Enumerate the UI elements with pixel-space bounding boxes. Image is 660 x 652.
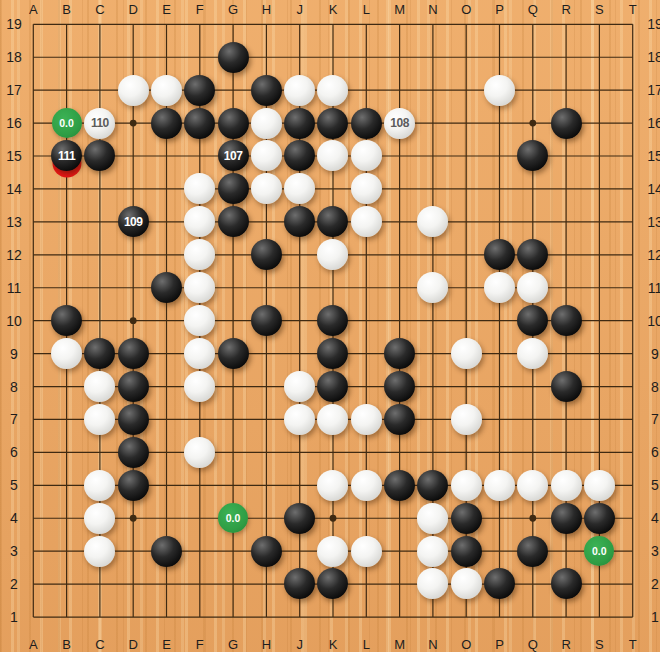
intersection-J5[interactable] xyxy=(283,469,316,502)
intersection-L7[interactable] xyxy=(350,403,383,436)
intersection-L13[interactable] xyxy=(350,205,383,238)
intersection-H6[interactable] xyxy=(250,436,283,469)
intersection-A19[interactable] xyxy=(17,8,50,41)
intersection-H15[interactable] xyxy=(250,140,283,173)
intersection-G18[interactable] xyxy=(216,41,249,74)
intersection-B9[interactable] xyxy=(50,337,83,370)
intersection-P15[interactable] xyxy=(483,140,516,173)
intersection-O14[interactable] xyxy=(450,172,483,205)
intersection-H18[interactable] xyxy=(250,41,283,74)
intersection-G2[interactable] xyxy=(216,568,249,601)
intersection-H7[interactable] xyxy=(250,403,283,436)
intersection-R13[interactable] xyxy=(549,205,582,238)
intersection-Q5[interactable] xyxy=(516,469,549,502)
intersection-S18[interactable] xyxy=(583,41,616,74)
intersection-M9[interactable] xyxy=(383,337,416,370)
intersection-P17[interactable] xyxy=(483,74,516,107)
intersection-F6[interactable] xyxy=(183,436,216,469)
intersection-G3[interactable] xyxy=(216,535,249,568)
intersection-Q13[interactable] xyxy=(516,205,549,238)
intersection-F7[interactable] xyxy=(183,403,216,436)
intersection-Q4[interactable] xyxy=(516,502,549,535)
intersection-E7[interactable] xyxy=(150,403,183,436)
intersection-D7[interactable] xyxy=(117,403,150,436)
intersection-M7[interactable] xyxy=(383,403,416,436)
intersection-B12[interactable] xyxy=(50,238,83,271)
intersection-L19[interactable] xyxy=(350,8,383,41)
intersection-K1[interactable] xyxy=(316,600,349,633)
intersection-S16[interactable] xyxy=(583,107,616,140)
intersection-C13[interactable] xyxy=(83,205,116,238)
intersection-M1[interactable] xyxy=(383,600,416,633)
intersection-F17[interactable] xyxy=(183,74,216,107)
intersection-B3[interactable] xyxy=(50,535,83,568)
intersection-E9[interactable] xyxy=(150,337,183,370)
intersection-B1[interactable] xyxy=(50,600,83,633)
intersection-O2[interactable] xyxy=(450,568,483,601)
intersection-S6[interactable] xyxy=(583,436,616,469)
intersection-R15[interactable] xyxy=(549,140,582,173)
intersection-G15[interactable]: 107 xyxy=(216,140,249,173)
intersection-G1[interactable] xyxy=(216,600,249,633)
intersection-N8[interactable] xyxy=(416,370,449,403)
intersection-C19[interactable] xyxy=(83,8,116,41)
intersection-N16[interactable] xyxy=(416,107,449,140)
intersection-T3[interactable] xyxy=(616,535,649,568)
intersection-M8[interactable] xyxy=(383,370,416,403)
intersection-T8[interactable] xyxy=(616,370,649,403)
intersection-T18[interactable] xyxy=(616,41,649,74)
intersection-K5[interactable] xyxy=(316,469,349,502)
intersection-P3[interactable] xyxy=(483,535,516,568)
intersection-L16[interactable] xyxy=(350,107,383,140)
intersection-N13[interactable] xyxy=(416,205,449,238)
intersection-C4[interactable] xyxy=(83,502,116,535)
intersection-T6[interactable] xyxy=(616,436,649,469)
intersection-M18[interactable] xyxy=(383,41,416,74)
intersection-B6[interactable] xyxy=(50,436,83,469)
intersection-P8[interactable] xyxy=(483,370,516,403)
intersection-M2[interactable] xyxy=(383,568,416,601)
intersection-G16[interactable] xyxy=(216,107,249,140)
intersection-C18[interactable] xyxy=(83,41,116,74)
intersection-A8[interactable] xyxy=(17,370,50,403)
intersection-N1[interactable] xyxy=(416,600,449,633)
intersection-T5[interactable] xyxy=(616,469,649,502)
intersection-P7[interactable] xyxy=(483,403,516,436)
intersection-G17[interactable] xyxy=(216,74,249,107)
intersection-P6[interactable] xyxy=(483,436,516,469)
intersection-O17[interactable] xyxy=(450,74,483,107)
intersection-M12[interactable] xyxy=(383,238,416,271)
intersection-H2[interactable] xyxy=(250,568,283,601)
intersection-G10[interactable] xyxy=(216,304,249,337)
intersection-L2[interactable] xyxy=(350,568,383,601)
intersection-R6[interactable] xyxy=(549,436,582,469)
intersection-L15[interactable] xyxy=(350,140,383,173)
intersection-S19[interactable] xyxy=(583,8,616,41)
intersection-C16[interactable]: 110 xyxy=(83,107,116,140)
intersection-N3[interactable] xyxy=(416,535,449,568)
intersection-T7[interactable] xyxy=(616,403,649,436)
intersection-R5[interactable] xyxy=(549,469,582,502)
intersection-F8[interactable] xyxy=(183,370,216,403)
intersection-R8[interactable] xyxy=(549,370,582,403)
intersection-D12[interactable] xyxy=(117,238,150,271)
intersection-E13[interactable] xyxy=(150,205,183,238)
intersection-C2[interactable] xyxy=(83,568,116,601)
intersection-C1[interactable] xyxy=(83,600,116,633)
intersection-Q1[interactable] xyxy=(516,600,549,633)
intersection-K11[interactable] xyxy=(316,271,349,304)
intersection-J9[interactable] xyxy=(283,337,316,370)
intersection-J13[interactable] xyxy=(283,205,316,238)
intersection-F3[interactable] xyxy=(183,535,216,568)
intersection-F19[interactable] xyxy=(183,8,216,41)
intersection-S13[interactable] xyxy=(583,205,616,238)
intersection-F12[interactable] xyxy=(183,238,216,271)
intersection-N4[interactable] xyxy=(416,502,449,535)
intersection-P10[interactable] xyxy=(483,304,516,337)
intersection-B4[interactable] xyxy=(50,502,83,535)
intersection-H17[interactable] xyxy=(250,74,283,107)
intersection-K12[interactable] xyxy=(316,238,349,271)
intersection-P19[interactable] xyxy=(483,8,516,41)
intersection-H1[interactable] xyxy=(250,600,283,633)
intersection-C10[interactable] xyxy=(83,304,116,337)
intersection-T1[interactable] xyxy=(616,600,649,633)
intersection-P5[interactable] xyxy=(483,469,516,502)
intersection-Q7[interactable] xyxy=(516,403,549,436)
intersection-S9[interactable] xyxy=(583,337,616,370)
intersection-T14[interactable] xyxy=(616,172,649,205)
intersection-T13[interactable] xyxy=(616,205,649,238)
intersection-T12[interactable] xyxy=(616,238,649,271)
intersection-A5[interactable] xyxy=(17,469,50,502)
intersection-K14[interactable] xyxy=(316,172,349,205)
intersection-L12[interactable] xyxy=(350,238,383,271)
intersection-C8[interactable] xyxy=(83,370,116,403)
intersection-C6[interactable] xyxy=(83,436,116,469)
intersection-A18[interactable] xyxy=(17,41,50,74)
intersection-A10[interactable] xyxy=(17,304,50,337)
intersection-B19[interactable] xyxy=(50,8,83,41)
intersection-E10[interactable] xyxy=(150,304,183,337)
intersection-H11[interactable] xyxy=(250,271,283,304)
intersection-C7[interactable] xyxy=(83,403,116,436)
intersection-C3[interactable] xyxy=(83,535,116,568)
intersection-D10[interactable] xyxy=(117,304,150,337)
intersection-O13[interactable] xyxy=(450,205,483,238)
intersection-T15[interactable] xyxy=(616,140,649,173)
intersection-P9[interactable] xyxy=(483,337,516,370)
intersection-L5[interactable] xyxy=(350,469,383,502)
intersection-N19[interactable] xyxy=(416,8,449,41)
intersection-L4[interactable] xyxy=(350,502,383,535)
intersection-K7[interactable] xyxy=(316,403,349,436)
intersection-A12[interactable] xyxy=(17,238,50,271)
intersection-E5[interactable] xyxy=(150,469,183,502)
intersection-M13[interactable] xyxy=(383,205,416,238)
intersection-L8[interactable] xyxy=(350,370,383,403)
intersection-R10[interactable] xyxy=(549,304,582,337)
intersection-D18[interactable] xyxy=(117,41,150,74)
intersection-T19[interactable] xyxy=(616,8,649,41)
intersection-O12[interactable] xyxy=(450,238,483,271)
intersection-N18[interactable] xyxy=(416,41,449,74)
intersection-N11[interactable] xyxy=(416,271,449,304)
intersection-O11[interactable] xyxy=(450,271,483,304)
intersection-L3[interactable] xyxy=(350,535,383,568)
intersection-Q6[interactable] xyxy=(516,436,549,469)
intersection-R1[interactable] xyxy=(549,600,582,633)
intersection-O15[interactable] xyxy=(450,140,483,173)
intersection-H3[interactable] xyxy=(250,535,283,568)
intersection-O3[interactable] xyxy=(450,535,483,568)
intersection-R18[interactable] xyxy=(549,41,582,74)
intersection-G7[interactable] xyxy=(216,403,249,436)
intersection-D6[interactable] xyxy=(117,436,150,469)
intersection-B10[interactable] xyxy=(50,304,83,337)
intersection-K13[interactable] xyxy=(316,205,349,238)
intersection-J11[interactable] xyxy=(283,271,316,304)
intersection-A16[interactable] xyxy=(17,107,50,140)
intersection-E1[interactable] xyxy=(150,600,183,633)
intersection-H8[interactable] xyxy=(250,370,283,403)
intersection-H19[interactable] xyxy=(250,8,283,41)
intersection-Q10[interactable] xyxy=(516,304,549,337)
intersection-B8[interactable] xyxy=(50,370,83,403)
intersection-Q3[interactable] xyxy=(516,535,549,568)
intersection-C14[interactable] xyxy=(83,172,116,205)
intersection-J4[interactable] xyxy=(283,502,316,535)
intersection-S12[interactable] xyxy=(583,238,616,271)
intersection-C11[interactable] xyxy=(83,271,116,304)
intersection-O18[interactable] xyxy=(450,41,483,74)
intersection-F9[interactable] xyxy=(183,337,216,370)
intersection-B13[interactable] xyxy=(50,205,83,238)
intersection-H16[interactable] xyxy=(250,107,283,140)
intersection-M14[interactable] xyxy=(383,172,416,205)
intersection-Q9[interactable] xyxy=(516,337,549,370)
intersection-A4[interactable] xyxy=(17,502,50,535)
intersection-A15[interactable] xyxy=(17,140,50,173)
intersection-M17[interactable] xyxy=(383,74,416,107)
intersection-K9[interactable] xyxy=(316,337,349,370)
intersection-E14[interactable] xyxy=(150,172,183,205)
intersection-K2[interactable] xyxy=(316,568,349,601)
intersection-A14[interactable] xyxy=(17,172,50,205)
intersection-L9[interactable] xyxy=(350,337,383,370)
intersection-C9[interactable] xyxy=(83,337,116,370)
intersection-M5[interactable] xyxy=(383,469,416,502)
intersection-Q8[interactable] xyxy=(516,370,549,403)
intersection-G6[interactable] xyxy=(216,436,249,469)
intersection-R3[interactable] xyxy=(549,535,582,568)
intersection-J2[interactable] xyxy=(283,568,316,601)
intersection-R19[interactable] xyxy=(549,8,582,41)
intersection-J14[interactable] xyxy=(283,172,316,205)
intersection-K16[interactable] xyxy=(316,107,349,140)
intersection-G4[interactable]: 0.0 xyxy=(216,502,249,535)
intersection-J8[interactable] xyxy=(283,370,316,403)
intersection-O6[interactable] xyxy=(450,436,483,469)
intersection-K6[interactable] xyxy=(316,436,349,469)
intersection-C12[interactable] xyxy=(83,238,116,271)
intersection-O7[interactable] xyxy=(450,403,483,436)
intersection-D16[interactable] xyxy=(117,107,150,140)
intersection-D19[interactable] xyxy=(117,8,150,41)
intersection-Q11[interactable] xyxy=(516,271,549,304)
intersection-B2[interactable] xyxy=(50,568,83,601)
intersection-M16[interactable]: 108 xyxy=(383,107,416,140)
intersection-R7[interactable] xyxy=(549,403,582,436)
intersection-N5[interactable] xyxy=(416,469,449,502)
intersection-A1[interactable] xyxy=(17,600,50,633)
intersection-M11[interactable] xyxy=(383,271,416,304)
intersection-S5[interactable] xyxy=(583,469,616,502)
intersection-D5[interactable] xyxy=(117,469,150,502)
intersection-R2[interactable] xyxy=(549,568,582,601)
intersection-A6[interactable] xyxy=(17,436,50,469)
intersection-J16[interactable] xyxy=(283,107,316,140)
intersection-F11[interactable] xyxy=(183,271,216,304)
intersection-S10[interactable] xyxy=(583,304,616,337)
intersection-T4[interactable] xyxy=(616,502,649,535)
intersection-O4[interactable] xyxy=(450,502,483,535)
intersection-S8[interactable] xyxy=(583,370,616,403)
intersection-A13[interactable] xyxy=(17,205,50,238)
intersection-J18[interactable] xyxy=(283,41,316,74)
intersection-D3[interactable] xyxy=(117,535,150,568)
intersection-S1[interactable] xyxy=(583,600,616,633)
intersection-D13[interactable]: 109 xyxy=(117,205,150,238)
intersection-B17[interactable] xyxy=(50,74,83,107)
intersection-B18[interactable] xyxy=(50,41,83,74)
intersection-S3[interactable]: 0.0 xyxy=(583,535,616,568)
intersection-R17[interactable] xyxy=(549,74,582,107)
intersection-E2[interactable] xyxy=(150,568,183,601)
intersection-R16[interactable] xyxy=(549,107,582,140)
intersection-E12[interactable] xyxy=(150,238,183,271)
intersection-B11[interactable] xyxy=(50,271,83,304)
intersection-R11[interactable] xyxy=(549,271,582,304)
intersection-P13[interactable] xyxy=(483,205,516,238)
intersection-H13[interactable] xyxy=(250,205,283,238)
intersection-T11[interactable] xyxy=(616,271,649,304)
intersection-G11[interactable] xyxy=(216,271,249,304)
intersection-J3[interactable] xyxy=(283,535,316,568)
intersection-B15[interactable]: 111 xyxy=(50,140,83,173)
intersection-B5[interactable] xyxy=(50,469,83,502)
intersection-F16[interactable] xyxy=(183,107,216,140)
intersection-F10[interactable] xyxy=(183,304,216,337)
intersection-A11[interactable] xyxy=(17,271,50,304)
intersection-E15[interactable] xyxy=(150,140,183,173)
intersection-Q2[interactable] xyxy=(516,568,549,601)
intersection-R12[interactable] xyxy=(549,238,582,271)
intersection-N6[interactable] xyxy=(416,436,449,469)
intersection-E11[interactable] xyxy=(150,271,183,304)
intersection-N15[interactable] xyxy=(416,140,449,173)
intersection-E3[interactable] xyxy=(150,535,183,568)
intersection-D9[interactable] xyxy=(117,337,150,370)
intersection-N12[interactable] xyxy=(416,238,449,271)
intersection-H5[interactable] xyxy=(250,469,283,502)
intersection-M10[interactable] xyxy=(383,304,416,337)
intersection-K3[interactable] xyxy=(316,535,349,568)
intersection-J7[interactable] xyxy=(283,403,316,436)
intersection-A2[interactable] xyxy=(17,568,50,601)
intersection-O9[interactable] xyxy=(450,337,483,370)
intersection-N17[interactable] xyxy=(416,74,449,107)
intersection-S2[interactable] xyxy=(583,568,616,601)
intersection-Q18[interactable] xyxy=(516,41,549,74)
intersection-K18[interactable] xyxy=(316,41,349,74)
intersection-G13[interactable] xyxy=(216,205,249,238)
intersection-B7[interactable] xyxy=(50,403,83,436)
intersection-G9[interactable] xyxy=(216,337,249,370)
intersection-F1[interactable] xyxy=(183,600,216,633)
intersection-Q19[interactable] xyxy=(516,8,549,41)
intersection-K10[interactable] xyxy=(316,304,349,337)
intersection-J15[interactable] xyxy=(283,140,316,173)
intersection-P11[interactable] xyxy=(483,271,516,304)
intersection-S14[interactable] xyxy=(583,172,616,205)
intersection-T9[interactable] xyxy=(616,337,649,370)
intersection-P18[interactable] xyxy=(483,41,516,74)
intersection-H9[interactable] xyxy=(250,337,283,370)
intersection-L18[interactable] xyxy=(350,41,383,74)
intersection-T2[interactable] xyxy=(616,568,649,601)
intersection-F15[interactable] xyxy=(183,140,216,173)
intersection-B16[interactable]: 0.0 xyxy=(50,107,83,140)
intersection-C15[interactable] xyxy=(83,140,116,173)
intersection-J12[interactable] xyxy=(283,238,316,271)
intersection-L14[interactable] xyxy=(350,172,383,205)
intersection-J17[interactable] xyxy=(283,74,316,107)
intersection-S17[interactable] xyxy=(583,74,616,107)
intersection-A7[interactable] xyxy=(17,403,50,436)
intersection-N7[interactable] xyxy=(416,403,449,436)
intersection-F4[interactable] xyxy=(183,502,216,535)
intersection-P4[interactable] xyxy=(483,502,516,535)
intersection-R14[interactable] xyxy=(549,172,582,205)
intersection-D15[interactable] xyxy=(117,140,150,173)
intersection-L1[interactable] xyxy=(350,600,383,633)
intersection-Q17[interactable] xyxy=(516,74,549,107)
intersection-D4[interactable] xyxy=(117,502,150,535)
intersection-Q12[interactable] xyxy=(516,238,549,271)
intersection-C17[interactable] xyxy=(83,74,116,107)
intersection-K15[interactable] xyxy=(316,140,349,173)
intersection-O16[interactable] xyxy=(450,107,483,140)
intersection-F2[interactable] xyxy=(183,568,216,601)
intersection-J10[interactable] xyxy=(283,304,316,337)
intersection-K4[interactable] xyxy=(316,502,349,535)
intersection-L6[interactable] xyxy=(350,436,383,469)
intersection-O10[interactable] xyxy=(450,304,483,337)
intersection-P2[interactable] xyxy=(483,568,516,601)
intersection-E18[interactable] xyxy=(150,41,183,74)
intersection-E19[interactable] xyxy=(150,8,183,41)
intersection-E17[interactable] xyxy=(150,74,183,107)
intersection-O19[interactable] xyxy=(450,8,483,41)
intersection-C5[interactable] xyxy=(83,469,116,502)
intersection-G14[interactable] xyxy=(216,172,249,205)
intersection-P16[interactable] xyxy=(483,107,516,140)
intersection-F5[interactable] xyxy=(183,469,216,502)
